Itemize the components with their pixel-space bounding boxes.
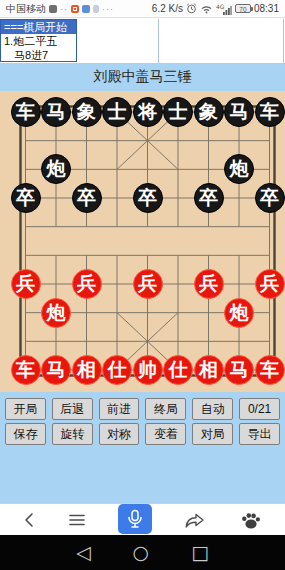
piece-red-相[interactable]: 相 bbox=[72, 355, 102, 385]
piece-red-马[interactable]: 马 bbox=[224, 355, 254, 385]
network-speed-label: 6.2 K/s bbox=[152, 3, 183, 14]
piece-red-炮[interactable]: 炮 bbox=[224, 298, 254, 328]
piece-black-车[interactable]: 车 bbox=[255, 97, 285, 127]
save-button[interactable]: 保存 bbox=[5, 423, 46, 445]
browser-toolbar bbox=[0, 503, 285, 535]
piece-black-士[interactable]: 士 bbox=[102, 97, 132, 127]
piece-black-象[interactable]: 象 bbox=[72, 97, 102, 127]
control-row-1: 开局 后退 前进 终局 自动 0/21 bbox=[0, 398, 285, 420]
ellipsis-icon: ··· bbox=[102, 4, 114, 14]
piece-red-车[interactable]: 车 bbox=[255, 355, 285, 385]
dots-icon: ·· bbox=[60, 4, 68, 14]
xiangqi-board[interactable]: 车马象士将士象马车炮炮卒卒卒卒卒兵兵兵兵兵炮炮车马相仕帅仕相马车 bbox=[0, 91, 285, 392]
piece-red-兵[interactable]: 兵 bbox=[72, 269, 102, 299]
back-button[interactable]: 后退 bbox=[52, 398, 93, 420]
piece-red-兵[interactable]: 兵 bbox=[255, 269, 285, 299]
piece-black-卒[interactable]: 卒 bbox=[72, 183, 102, 213]
svg-text:4G: 4G bbox=[216, 3, 225, 10]
piece-red-相[interactable]: 相 bbox=[194, 355, 224, 385]
piece-red-仕[interactable]: 仕 bbox=[102, 355, 132, 385]
carrier-label: 中国移动 bbox=[6, 2, 46, 16]
piece-red-马[interactable]: 马 bbox=[41, 355, 71, 385]
menu-icon[interactable] bbox=[68, 510, 86, 530]
piece-black-马[interactable]: 马 bbox=[41, 97, 71, 127]
piece-black-马[interactable]: 马 bbox=[224, 97, 254, 127]
start-button[interactable]: 开局 bbox=[5, 398, 46, 420]
move-item-start[interactable]: ===棋局开始 bbox=[1, 20, 76, 34]
4g-signal-icon: 4G bbox=[216, 3, 232, 15]
move-list-panel: ===棋局开始 1.炮二平五 马8进7 bbox=[0, 17, 285, 63]
export-button[interactable]: 导出 bbox=[239, 423, 280, 445]
piece-black-卒[interactable]: 卒 bbox=[133, 183, 163, 213]
record-app-icon bbox=[71, 5, 79, 13]
forward-button[interactable]: 前进 bbox=[99, 398, 140, 420]
variation-button[interactable]: 变着 bbox=[145, 423, 186, 445]
move-counter: 0/21 bbox=[239, 398, 280, 420]
move-list: ===棋局开始 1.炮二平五 马8进7 bbox=[0, 19, 77, 62]
nav-recents-icon[interactable]: □ bbox=[191, 543, 209, 562]
mic-icon[interactable] bbox=[118, 504, 152, 534]
piece-black-车[interactable]: 车 bbox=[11, 97, 41, 127]
piece-black-卒[interactable]: 卒 bbox=[194, 183, 224, 213]
play-button[interactable]: 对局 bbox=[192, 423, 233, 445]
nav-home-icon[interactable]: ○ bbox=[133, 543, 150, 562]
piece-red-兵[interactable]: 兵 bbox=[194, 269, 224, 299]
android-nav-bar: ◁ ○ □ bbox=[0, 535, 285, 570]
end-button[interactable]: 终局 bbox=[145, 398, 186, 420]
message-app-icon bbox=[82, 5, 90, 13]
piece-black-卒[interactable]: 卒 bbox=[255, 183, 285, 213]
page-title: 刘殿中盖马三锤 bbox=[0, 63, 285, 91]
control-row-2: 保存 旋转 对称 变着 对局 导出 bbox=[0, 423, 285, 445]
piece-black-卒[interactable]: 卒 bbox=[11, 183, 41, 213]
piece-red-兵[interactable]: 兵 bbox=[133, 269, 163, 299]
share-icon[interactable] bbox=[183, 510, 207, 530]
status-bar: 中国移动 ·· ··· 6.2 K/s 4G 70 08:31 bbox=[0, 0, 285, 17]
piece-black-士[interactable]: 士 bbox=[163, 97, 193, 127]
battery-icon: 70 bbox=[235, 4, 251, 13]
back-icon[interactable] bbox=[22, 510, 36, 530]
piece-black-象[interactable]: 象 bbox=[194, 97, 224, 127]
column-divider bbox=[158, 19, 159, 63]
notification-app-icon bbox=[49, 5, 57, 13]
alarm-icon bbox=[186, 3, 197, 14]
mirror-button[interactable]: 对称 bbox=[99, 423, 140, 445]
piece-red-帅[interactable]: 帅 bbox=[133, 355, 163, 385]
piece-black-将[interactable]: 将 bbox=[133, 97, 163, 127]
baidu-paw-icon[interactable] bbox=[239, 510, 263, 530]
column-divider bbox=[283, 19, 284, 63]
nav-back-icon[interactable]: ◁ bbox=[76, 543, 91, 562]
piece-red-车[interactable]: 车 bbox=[11, 355, 41, 385]
rotate-button[interactable]: 旋转 bbox=[52, 423, 93, 445]
board-grid bbox=[0, 91, 285, 392]
piece-red-仕[interactable]: 仕 bbox=[163, 355, 193, 385]
move-item-1-red[interactable]: 1.炮二平五 bbox=[1, 34, 76, 48]
wifi-icon bbox=[200, 3, 213, 14]
move-item-1-black[interactable]: 马8进7 bbox=[1, 48, 76, 62]
control-panel: 开局 后退 前进 终局 自动 0/21 保存 旋转 对称 变着 对局 导出 bbox=[0, 392, 285, 503]
auto-button[interactable]: 自动 bbox=[192, 398, 233, 420]
piece-red-炮[interactable]: 炮 bbox=[41, 298, 71, 328]
misc-app-icon bbox=[93, 5, 99, 13]
piece-red-兵[interactable]: 兵 bbox=[11, 269, 41, 299]
clock-label: 08:31 bbox=[254, 3, 279, 14]
